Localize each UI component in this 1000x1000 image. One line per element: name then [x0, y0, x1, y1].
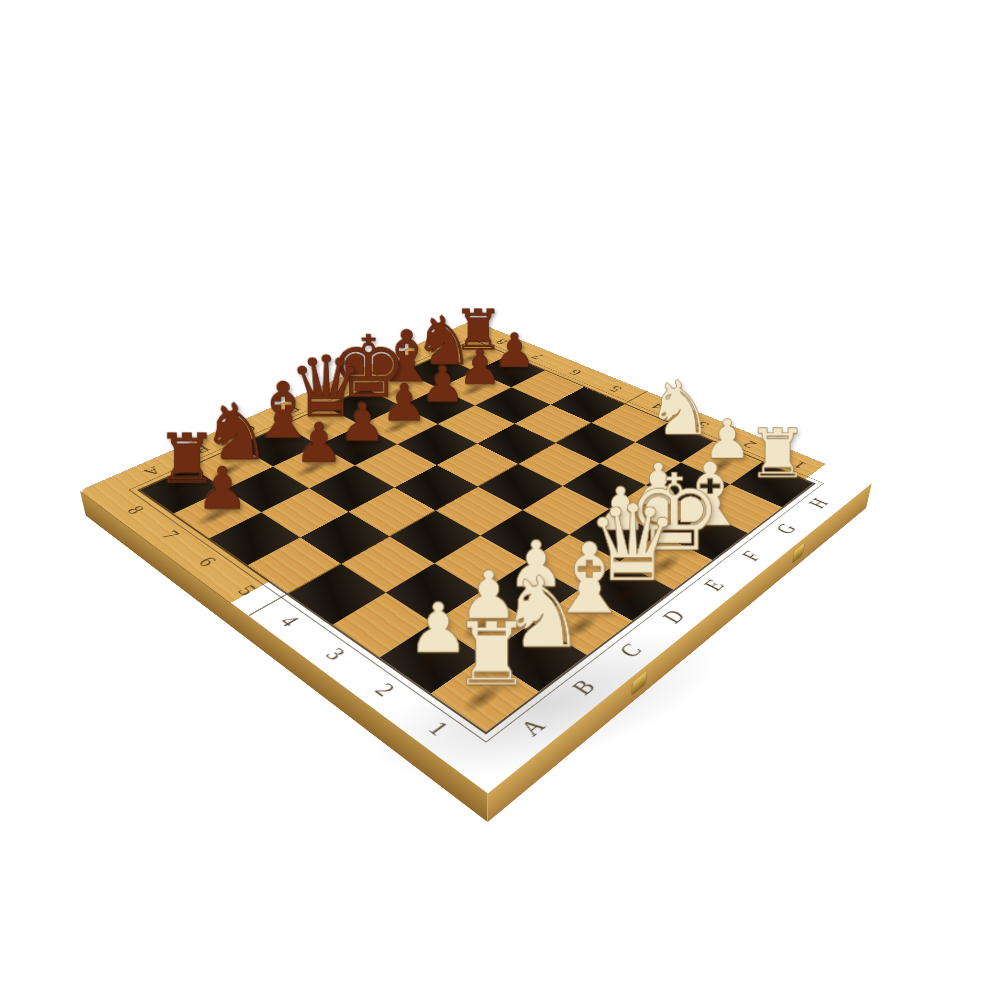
pawn-icon: ♟ — [278, 417, 360, 469]
board-face: ABCDEFGH ABCDEFGH 87654321 87654321 ♜♞♝♛… — [80, 321, 872, 794]
brass-clasp-icon — [793, 542, 805, 561]
chess-board: ABCDEFGH ABCDEFGH 87654321 87654321 ♜♞♝♛… — [80, 321, 872, 794]
rook-icon: ♜ — [438, 614, 546, 697]
brass-clasp-icon — [632, 671, 647, 694]
pawn-icon: ♟ — [178, 461, 265, 516]
photo-canvas: ABCDEFGH ABCDEFGH 87654321 87654321 ♜♞♝♛… — [0, 0, 1000, 1000]
